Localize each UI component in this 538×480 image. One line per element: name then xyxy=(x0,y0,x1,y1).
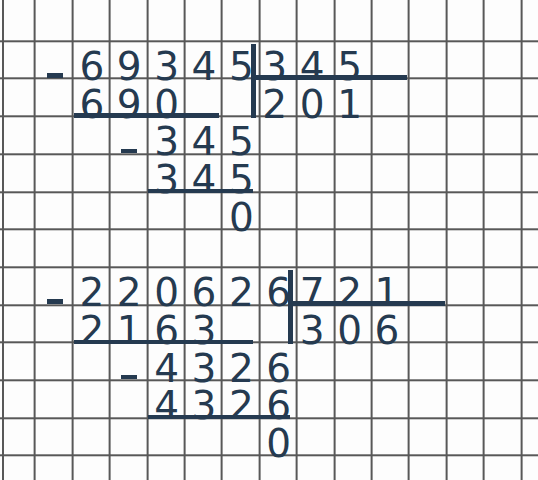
digit-cell: 3 xyxy=(148,155,185,193)
digit-cell: 2 xyxy=(73,268,110,306)
digit-cell: 6 xyxy=(260,344,297,382)
digit-cell: 1 xyxy=(335,80,372,118)
digit-cell: 0 xyxy=(223,193,260,231)
digit-cell: 2 xyxy=(223,344,260,382)
digit-cell: 4 xyxy=(148,381,185,419)
digit-cell: 2 xyxy=(223,268,260,306)
minus-sign xyxy=(36,268,73,306)
digit-cell: 4 xyxy=(148,344,185,382)
worksheet-grid: 6934534569020134534502206267212163306432… xyxy=(0,0,538,480)
minus-sign xyxy=(36,42,73,80)
digit-cell: 4 xyxy=(186,42,223,80)
minus-dash xyxy=(47,299,63,304)
digit-cell: 3 xyxy=(186,344,223,382)
digit-cell: 6 xyxy=(260,381,297,419)
problem2-underline-4326 xyxy=(148,415,290,420)
digit-cell: 6 xyxy=(73,80,110,118)
digit-cell: 3 xyxy=(148,117,185,155)
digit-cell: 3 xyxy=(148,42,185,80)
digit-cell: 2 xyxy=(260,80,297,118)
problem1-underline-690 xyxy=(74,113,219,118)
problem1-division-vinculum xyxy=(251,75,407,80)
problem2-underline-2163 xyxy=(74,340,253,345)
minus-dash xyxy=(121,149,137,154)
digit-cell: 6 xyxy=(186,268,223,306)
digit-cell: 0 xyxy=(335,306,372,344)
digit-cell: 2 xyxy=(111,268,148,306)
digit-cell: 9 xyxy=(111,80,148,118)
digit-cell: 3 xyxy=(186,381,223,419)
digit-cell: 0 xyxy=(260,419,297,457)
digit-cell: 3 xyxy=(298,306,335,344)
digit-cell: 5 xyxy=(223,117,260,155)
graph-paper: 6934534569020134534502206267212163306432… xyxy=(0,0,538,480)
digit-cell: 6 xyxy=(73,42,110,80)
problem1-division-vertical-bar xyxy=(251,44,256,118)
problem1-underline-345 xyxy=(148,189,253,194)
digit-cell: 5 xyxy=(223,155,260,193)
problem2-division-vinculum xyxy=(288,301,445,306)
digit-cell: 0 xyxy=(148,80,185,118)
minus-dash xyxy=(47,73,63,78)
digit-cell: 4 xyxy=(186,117,223,155)
digit-cell: 2 xyxy=(73,306,110,344)
digit-cell: 6 xyxy=(373,306,410,344)
digit-cell: 6 xyxy=(148,306,185,344)
digit-cell: 0 xyxy=(298,80,335,118)
minus-dash xyxy=(121,375,137,380)
digit-cell: 4 xyxy=(186,155,223,193)
minus-sign xyxy=(111,117,148,155)
digit-cell: 0 xyxy=(148,268,185,306)
digit-cell: 1 xyxy=(111,306,148,344)
digit-cell: 9 xyxy=(111,42,148,80)
minus-sign xyxy=(111,344,148,382)
digit-cell: 3 xyxy=(186,306,223,344)
digit-cell: 2 xyxy=(223,381,260,419)
problem2-division-vertical-bar xyxy=(288,270,293,344)
